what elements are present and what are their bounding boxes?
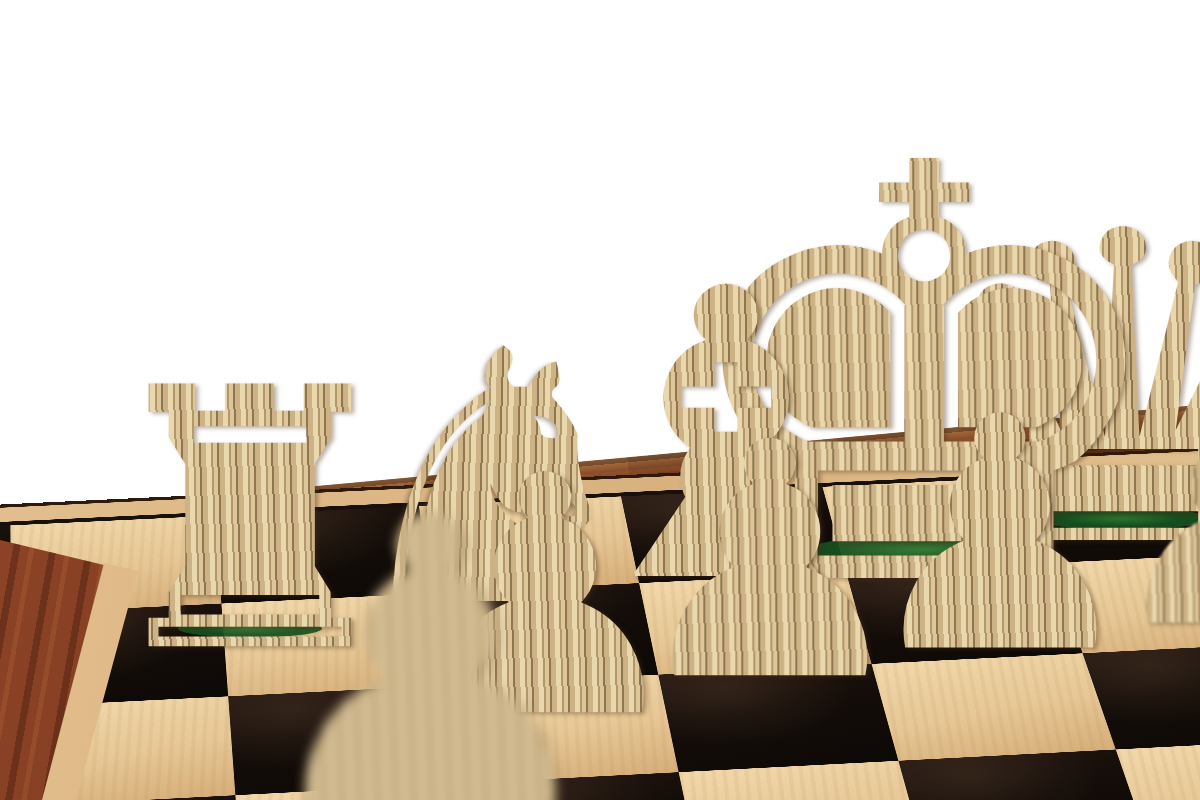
pieces-layer: ♜♞♝♚♛♟♟♟♟♟ bbox=[0, 0, 1200, 800]
white-pawn-icon: ♟ bbox=[243, 464, 618, 800]
chess-photo-scene: ♜♞♝♚♛♟♟♟♟♟ bbox=[0, 0, 1200, 800]
